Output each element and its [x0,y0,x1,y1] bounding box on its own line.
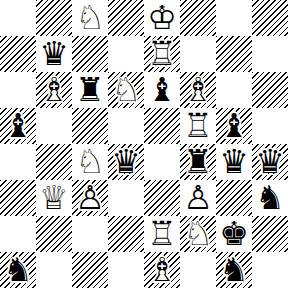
piece-white-pawn[interactable]: ♟♙ [72,180,108,216]
black-queen-icon: ♛ [111,144,141,180]
square-d2[interactable] [108,216,144,252]
white-bishop-icon: ♗ [183,72,213,108]
square-c7[interactable] [72,36,108,72]
square-a4[interactable] [0,144,36,180]
piece-black-queen[interactable]: ♛♛ [252,144,288,180]
square-a3[interactable] [0,180,36,216]
white-knight-icon: ♘ [75,0,105,36]
black-bishop-icon: ♝ [219,108,249,144]
square-d5[interactable] [108,108,144,144]
square-h8[interactable] [252,0,288,36]
black-bishop-icon: ♝ [147,72,177,108]
square-a6[interactable] [0,72,36,108]
piece-black-king[interactable]: ♚♚ [216,216,252,252]
square-a1[interactable]: ♞♞ [0,252,36,288]
black-rook-icon: ♜ [183,144,213,180]
square-b6[interactable]: ♝♗ [36,72,72,108]
piece-black-bishop[interactable]: ♝♝ [0,108,36,144]
piece-white-bishop[interactable]: ♝♗ [36,72,72,108]
square-c2[interactable] [72,216,108,252]
square-c6[interactable]: ♜♜ [72,72,108,108]
piece-white-knight[interactable]: ♞♘ [72,0,108,36]
black-knight-icon: ♞ [3,252,33,288]
square-e5[interactable] [144,108,180,144]
square-g5[interactable]: ♝♝ [216,108,252,144]
square-h6[interactable] [252,72,288,108]
black-knight-icon: ♞ [255,180,285,216]
square-b4[interactable] [36,144,72,180]
square-f7[interactable] [180,36,216,72]
square-g6[interactable] [216,72,252,108]
square-a7[interactable] [0,36,36,72]
piece-white-queen[interactable]: ♛♕ [36,180,72,216]
piece-black-rook[interactable]: ♜♜ [180,144,216,180]
piece-white-king[interactable]: ♚♔ [144,0,180,36]
square-h2[interactable] [252,216,288,252]
white-bishop-icon: ♗ [39,72,69,108]
square-f1[interactable] [180,252,216,288]
square-b1[interactable] [36,252,72,288]
square-e7[interactable]: ♜♖ [144,36,180,72]
square-d8[interactable] [108,0,144,36]
white-rook-icon: ♖ [183,108,213,144]
square-f6[interactable]: ♝♗ [180,72,216,108]
black-rook-icon: ♜ [75,72,105,108]
piece-white-pawn[interactable]: ♟♙ [180,180,216,216]
white-knight-icon: ♘ [183,216,213,252]
piece-white-rook[interactable]: ♜♖ [180,108,216,144]
square-h4[interactable]: ♛♛ [252,144,288,180]
square-h1[interactable] [252,252,288,288]
square-g4[interactable]: ♛♛ [216,144,252,180]
square-h5[interactable] [252,108,288,144]
square-f5[interactable]: ♜♖ [180,108,216,144]
square-g1[interactable]: ♞♞ [216,252,252,288]
square-e2[interactable]: ♜♖ [144,216,180,252]
white-knight-icon: ♘ [111,72,141,108]
square-e4[interactable] [144,144,180,180]
piece-white-bishop[interactable]: ♝♗ [180,72,216,108]
square-f3[interactable]: ♟♙ [180,180,216,216]
piece-white-knight[interactable]: ♞♘ [180,216,216,252]
black-knight-icon: ♞ [219,252,249,288]
square-a2[interactable] [0,216,36,252]
black-queen-icon: ♛ [255,144,285,180]
white-pawn-icon: ♙ [183,180,213,216]
piece-black-knight[interactable]: ♞♞ [216,252,252,288]
square-g3[interactable] [216,180,252,216]
square-g2[interactable]: ♚♚ [216,216,252,252]
square-b8[interactable] [36,0,72,36]
square-c5[interactable] [72,108,108,144]
square-b3[interactable]: ♛♕ [36,180,72,216]
piece-black-bishop[interactable]: ♝♝ [144,72,180,108]
piece-white-rook[interactable]: ♜♖ [144,36,180,72]
black-bishop-icon: ♝ [3,108,33,144]
square-h7[interactable] [252,36,288,72]
piece-white-bishop[interactable]: ♝♗ [144,252,180,288]
square-e6[interactable]: ♝♝ [144,72,180,108]
white-queen-icon: ♕ [39,180,69,216]
square-c3[interactable]: ♟♙ [72,180,108,216]
piece-black-knight[interactable]: ♞♞ [252,180,288,216]
piece-black-knight[interactable]: ♞♞ [0,252,36,288]
piece-black-queen[interactable]: ♛♛ [36,36,72,72]
chess-board: ♞♘♚♔♛♛♜♖♝♗♜♜♞♘♝♝♝♗♝♝♜♖♝♝♞♘♛♛♜♜♛♛♛♛♛♕♟♙♟♙… [0,0,288,288]
square-b5[interactable] [36,108,72,144]
square-d3[interactable] [108,180,144,216]
square-f4[interactable]: ♜♜ [180,144,216,180]
piece-black-bishop[interactable]: ♝♝ [216,108,252,144]
square-h3[interactable]: ♞♞ [252,180,288,216]
square-f2[interactable]: ♞♘ [180,216,216,252]
black-king-icon: ♚ [219,216,249,252]
square-d1[interactable] [108,252,144,288]
white-rook-icon: ♖ [147,216,177,252]
square-f8[interactable] [180,0,216,36]
square-c8[interactable]: ♞♘ [72,0,108,36]
piece-white-rook[interactable]: ♜♖ [144,216,180,252]
square-c1[interactable] [72,252,108,288]
square-g7[interactable] [216,36,252,72]
square-g8[interactable] [216,0,252,36]
square-e3[interactable] [144,180,180,216]
piece-black-queen[interactable]: ♛♛ [216,144,252,180]
piece-black-queen[interactable]: ♛♛ [108,144,144,180]
square-e1[interactable]: ♝♗ [144,252,180,288]
square-b7[interactable]: ♛♛ [36,36,72,72]
white-king-icon: ♔ [147,0,177,36]
square-a5[interactable]: ♝♝ [0,108,36,144]
white-bishop-icon: ♗ [147,252,177,288]
square-c4[interactable]: ♞♘ [72,144,108,180]
square-d4[interactable]: ♛♛ [108,144,144,180]
piece-black-rook[interactable]: ♜♜ [72,72,108,108]
white-pawn-icon: ♙ [75,180,105,216]
black-queen-icon: ♛ [219,144,249,180]
piece-white-knight[interactable]: ♞♘ [72,144,108,180]
square-d7[interactable] [108,36,144,72]
black-queen-icon: ♛ [39,36,69,72]
square-b2[interactable] [36,216,72,252]
square-a8[interactable] [0,0,36,36]
square-d6[interactable]: ♞♘ [108,72,144,108]
white-knight-icon: ♘ [75,144,105,180]
white-rook-icon: ♖ [147,36,177,72]
square-e8[interactable]: ♚♔ [144,0,180,36]
piece-white-knight[interactable]: ♞♘ [108,72,144,108]
